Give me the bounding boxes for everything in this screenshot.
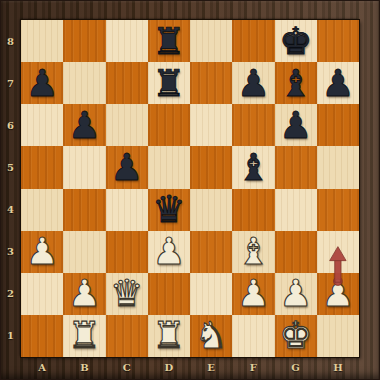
square-h7[interactable]: ♟ xyxy=(317,62,359,104)
square-g5[interactable] xyxy=(275,146,317,188)
square-g4[interactable] xyxy=(275,189,317,231)
square-g2[interactable]: ♟ xyxy=(275,273,317,315)
square-f4[interactable] xyxy=(232,189,274,231)
square-d8[interactable]: ♜ xyxy=(148,20,190,62)
square-c1[interactable] xyxy=(106,315,148,357)
black-bishop-f5[interactable]: ♝ xyxy=(237,149,270,186)
square-a2[interactable] xyxy=(21,273,63,315)
black-rook-d7[interactable]: ♜ xyxy=(152,65,185,102)
square-h3[interactable] xyxy=(317,231,359,273)
white-king-g1[interactable]: ♚ xyxy=(279,317,312,354)
file-label-c: C xyxy=(106,357,148,377)
white-pawn-d3[interactable]: ♟ xyxy=(152,233,185,270)
rank-label-1: 1 xyxy=(0,315,21,357)
white-pawn-f2[interactable]: ♟ xyxy=(237,275,270,312)
square-b3[interactable] xyxy=(63,231,105,273)
white-pawn-g2[interactable]: ♟ xyxy=(279,275,312,312)
square-b5[interactable] xyxy=(63,146,105,188)
square-e8[interactable] xyxy=(190,20,232,62)
square-e1[interactable]: ♞ xyxy=(190,315,232,357)
black-pawn-b6[interactable]: ♟ xyxy=(68,107,101,144)
square-f8[interactable] xyxy=(232,20,274,62)
white-knight-e1[interactable]: ♞ xyxy=(195,317,228,354)
black-bishop-g7[interactable]: ♝ xyxy=(279,65,312,102)
black-pawn-a7[interactable]: ♟ xyxy=(26,65,59,102)
rank-label-6: 6 xyxy=(0,104,21,146)
chessboard-frame: ♜♚♟♜♟♝♟♟♟♟♝♛♟♟♝♟♛♟♟♟♜♜♞♚ 87654321ABCDEFG… xyxy=(0,0,380,380)
rank-label-3: 3 xyxy=(0,231,21,273)
file-label-h: H xyxy=(317,357,359,377)
square-d3[interactable]: ♟ xyxy=(148,231,190,273)
black-pawn-g6[interactable]: ♟ xyxy=(279,107,312,144)
square-h8[interactable] xyxy=(317,20,359,62)
square-b8[interactable] xyxy=(63,20,105,62)
square-e5[interactable] xyxy=(190,146,232,188)
square-a8[interactable] xyxy=(21,20,63,62)
square-d7[interactable]: ♜ xyxy=(148,62,190,104)
square-f1[interactable] xyxy=(232,315,274,357)
file-label-b: B xyxy=(63,357,105,377)
square-a5[interactable] xyxy=(21,146,63,188)
square-b1[interactable]: ♜ xyxy=(63,315,105,357)
square-a6[interactable] xyxy=(21,104,63,146)
square-h2[interactable]: ♟ xyxy=(317,273,359,315)
square-b4[interactable] xyxy=(63,189,105,231)
square-a3[interactable]: ♟ xyxy=(21,231,63,273)
square-e2[interactable] xyxy=(190,273,232,315)
square-b7[interactable] xyxy=(63,62,105,104)
black-pawn-f7[interactable]: ♟ xyxy=(237,65,270,102)
square-f7[interactable]: ♟ xyxy=(232,62,274,104)
rank-label-4: 4 xyxy=(0,189,21,231)
square-c2[interactable]: ♛ xyxy=(106,273,148,315)
square-h6[interactable] xyxy=(317,104,359,146)
black-rook-d8[interactable]: ♜ xyxy=(152,23,185,60)
rank-label-7: 7 xyxy=(0,62,21,104)
square-g8[interactable]: ♚ xyxy=(275,20,317,62)
square-a7[interactable]: ♟ xyxy=(21,62,63,104)
chess-board: ♜♚♟♜♟♝♟♟♟♟♝♛♟♟♝♟♛♟♟♟♜♜♞♚ xyxy=(21,20,359,357)
rank-label-8: 8 xyxy=(0,20,21,62)
square-h5[interactable] xyxy=(317,146,359,188)
square-g6[interactable]: ♟ xyxy=(275,104,317,146)
square-c5[interactable]: ♟ xyxy=(106,146,148,188)
square-c8[interactable] xyxy=(106,20,148,62)
square-a4[interactable] xyxy=(21,189,63,231)
white-rook-b1[interactable]: ♜ xyxy=(68,317,101,354)
file-label-a: A xyxy=(21,357,63,377)
square-b2[interactable]: ♟ xyxy=(63,273,105,315)
square-e3[interactable] xyxy=(190,231,232,273)
black-queen-d4[interactable]: ♛ xyxy=(152,191,185,228)
rank-label-5: 5 xyxy=(0,146,21,188)
square-f6[interactable] xyxy=(232,104,274,146)
square-e7[interactable] xyxy=(190,62,232,104)
file-label-d: D xyxy=(148,357,190,377)
square-g7[interactable]: ♝ xyxy=(275,62,317,104)
square-g1[interactable]: ♚ xyxy=(275,315,317,357)
square-f2[interactable]: ♟ xyxy=(232,273,274,315)
square-d4[interactable]: ♛ xyxy=(148,189,190,231)
square-c3[interactable] xyxy=(106,231,148,273)
square-e4[interactable] xyxy=(190,189,232,231)
black-pawn-h7[interactable]: ♟ xyxy=(321,65,354,102)
square-h1[interactable] xyxy=(317,315,359,357)
black-king-g8[interactable]: ♚ xyxy=(279,23,312,60)
square-d6[interactable] xyxy=(148,104,190,146)
square-h4[interactable] xyxy=(317,189,359,231)
square-d2[interactable] xyxy=(148,273,190,315)
square-c4[interactable] xyxy=(106,189,148,231)
white-rook-d1[interactable]: ♜ xyxy=(152,317,185,354)
white-pawn-a3[interactable]: ♟ xyxy=(26,233,59,270)
square-d5[interactable] xyxy=(148,146,190,188)
file-label-f: F xyxy=(232,357,274,377)
square-c7[interactable] xyxy=(106,62,148,104)
square-a1[interactable] xyxy=(21,315,63,357)
rank-label-2: 2 xyxy=(0,273,21,315)
square-e6[interactable] xyxy=(190,104,232,146)
white-bishop-f3[interactable]: ♝ xyxy=(237,233,270,270)
black-pawn-c5[interactable]: ♟ xyxy=(110,149,143,186)
square-f3[interactable]: ♝ xyxy=(232,231,274,273)
square-g3[interactable] xyxy=(275,231,317,273)
white-pawn-h2[interactable]: ♟ xyxy=(321,275,354,312)
file-label-g: G xyxy=(275,357,317,377)
white-queen-c2[interactable]: ♛ xyxy=(110,275,143,312)
square-c6[interactable] xyxy=(106,104,148,146)
square-b6[interactable]: ♟ xyxy=(63,104,105,146)
square-d1[interactable]: ♜ xyxy=(148,315,190,357)
square-f5[interactable]: ♝ xyxy=(232,146,274,188)
file-label-e: E xyxy=(190,357,232,377)
white-pawn-b2[interactable]: ♟ xyxy=(68,275,101,312)
